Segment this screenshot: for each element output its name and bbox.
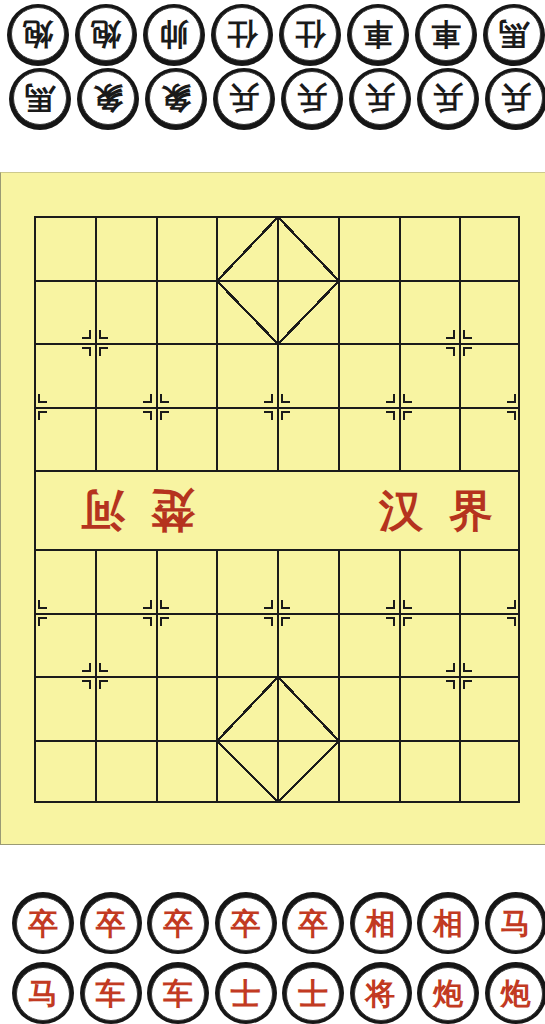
board-cell (338, 549, 399, 613)
piece-face: 馬 (487, 7, 541, 61)
piece-character: 馬 (25, 83, 55, 113)
piece-face: 兵 (285, 71, 339, 125)
board-cell (216, 280, 277, 344)
piece-character: 卒 (298, 909, 328, 939)
piece-character: 象 (93, 83, 123, 113)
piece-character: 炮 (501, 979, 531, 1009)
board-cell (95, 216, 156, 280)
piece-character: 卒 (163, 909, 193, 939)
board-cell (459, 280, 520, 344)
piece-face: 士 (286, 967, 340, 1021)
piece-character: 兵 (433, 83, 463, 113)
piece-character: 馬 (499, 19, 529, 49)
board-cell (34, 343, 95, 407)
piece-character: 兵 (297, 83, 327, 113)
board-cell (156, 407, 217, 471)
piece-character: 仕 (295, 19, 325, 49)
black-chariot: 車 (347, 4, 409, 68)
board-cell (156, 216, 217, 280)
red-horse: 马 (485, 890, 545, 954)
board-cell (216, 676, 277, 740)
board-cell (399, 407, 460, 471)
piece-character: 相 (433, 909, 463, 939)
board-cell (277, 343, 338, 407)
black-elephant: 象 (77, 68, 139, 132)
piece-character: 車 (431, 19, 461, 49)
piece-character: 帅 (159, 19, 189, 49)
piece-character: 马 (501, 909, 531, 939)
piece-character: 仕 (227, 19, 257, 49)
red-soldier: 卒 (215, 890, 277, 954)
board-cell (277, 216, 338, 280)
board-cell (459, 216, 520, 280)
board-cell (95, 343, 156, 407)
board-cell (338, 740, 399, 804)
black-soldier: 兵 (417, 68, 479, 132)
red-general: 将 (350, 960, 412, 1024)
piece-character: 相 (366, 909, 396, 939)
board-cell (399, 216, 460, 280)
red-horse: 马 (12, 960, 74, 1024)
board-cell (34, 613, 95, 677)
board-cell (156, 740, 217, 804)
piece-character: 马 (28, 979, 58, 1009)
piece-face: 兵 (489, 71, 543, 125)
board-cell (34, 549, 95, 613)
board-cell (216, 549, 277, 613)
piece-character: 炮 (23, 19, 53, 49)
board-cell (95, 740, 156, 804)
red-cannon: 炮 (485, 960, 545, 1024)
board-cell (34, 216, 95, 280)
piece-face: 馬 (13, 71, 67, 125)
piece-face: 相 (354, 897, 408, 951)
black-soldier: 兵 (281, 68, 343, 132)
black-chariot: 車 (415, 4, 477, 68)
piece-face: 炮 (421, 967, 475, 1021)
piece-face: 車 (351, 7, 405, 61)
piece-character: 兵 (229, 83, 259, 113)
piece-face: 兵 (217, 71, 271, 125)
piece-character: 士 (231, 979, 261, 1009)
piece-face: 将 (354, 967, 408, 1021)
board-cell (216, 407, 277, 471)
piece-face: 相 (421, 897, 475, 951)
piece-face: 象 (81, 71, 135, 125)
river-label-han-jie: 汉界 (353, 483, 513, 539)
board-cell (95, 676, 156, 740)
board-cell (399, 343, 460, 407)
board-cell (338, 280, 399, 344)
piece-face: 士 (219, 967, 273, 1021)
piece-character: 将 (366, 979, 396, 1009)
piece-face: 车 (151, 967, 205, 1021)
board-cell (277, 407, 338, 471)
piece-character: 兵 (501, 83, 531, 113)
piece-face: 仕 (283, 7, 337, 61)
red-soldier: 卒 (282, 890, 344, 954)
board-cell (34, 407, 95, 471)
piece-character: 車 (363, 19, 393, 49)
red-cannon: 炮 (417, 960, 479, 1024)
board-cell (156, 280, 217, 344)
black-soldier: 兵 (485, 68, 545, 132)
piece-face: 帅 (147, 7, 201, 61)
piece-character: 炮 (91, 19, 121, 49)
piece-character: 卒 (231, 909, 261, 939)
board-cell (338, 676, 399, 740)
board-cell (399, 280, 460, 344)
piece-face: 车 (84, 967, 138, 1021)
red-advisor: 士 (282, 960, 344, 1024)
red-elephant: 相 (350, 890, 412, 954)
red-chariot: 车 (147, 960, 209, 1024)
black-marshal: 帅 (143, 4, 205, 68)
board-cell (338, 343, 399, 407)
board-cell (34, 676, 95, 740)
board-cell (338, 216, 399, 280)
board-cell (459, 740, 520, 804)
piece-face: 马 (16, 967, 70, 1021)
piece-character: 卒 (28, 909, 58, 939)
red-advisor: 士 (215, 960, 277, 1024)
piece-face: 仕 (215, 7, 269, 61)
board-cell (216, 343, 277, 407)
board-cell (399, 613, 460, 677)
piece-character: 炮 (433, 979, 463, 1009)
piece-character: 车 (163, 979, 193, 1009)
board-cell (34, 280, 95, 344)
board-cell (156, 549, 217, 613)
board-cell (459, 407, 520, 471)
board-cell (216, 216, 277, 280)
piece-character: 兵 (365, 83, 395, 113)
piece-character: 车 (96, 979, 126, 1009)
piece-face: 炮 (11, 7, 65, 61)
piece-face: 兵 (353, 71, 407, 125)
black-horse: 馬 (483, 4, 545, 68)
black-cannon: 炮 (7, 4, 69, 68)
piece-character: 士 (298, 979, 328, 1009)
board-cell (277, 613, 338, 677)
board-cell (95, 613, 156, 677)
board-cell (156, 343, 217, 407)
board-cell (459, 343, 520, 407)
red-soldier: 卒 (80, 890, 142, 954)
board-cell (277, 740, 338, 804)
board-cell (399, 676, 460, 740)
black-advisor: 仕 (279, 4, 341, 68)
xiangqi-clipart-sheet: 炮炮帅仕仕車車馬馬象象兵兵兵兵兵 楚河 汉界 卒卒卒卒卒相相马马车车士士将炮炮 (0, 0, 545, 1024)
red-chariot: 车 (80, 960, 142, 1024)
black-horse: 馬 (9, 68, 71, 132)
board-cell (338, 407, 399, 471)
piece-face: 卒 (84, 897, 138, 951)
board-cell (95, 407, 156, 471)
piece-face: 马 (489, 897, 543, 951)
board-cell (399, 740, 460, 804)
red-soldier: 卒 (12, 890, 74, 954)
board-cell (216, 740, 277, 804)
board-cell (277, 676, 338, 740)
board-cell (277, 280, 338, 344)
piece-character: 象 (161, 83, 191, 113)
red-soldier: 卒 (147, 890, 209, 954)
board-cell (95, 549, 156, 613)
piece-face: 炮 (489, 967, 543, 1021)
board-cell (459, 676, 520, 740)
piece-face: 兵 (421, 71, 475, 125)
piece-face: 卒 (219, 897, 273, 951)
piece-face: 卒 (151, 897, 205, 951)
board-cell (156, 613, 217, 677)
board-cell (156, 676, 217, 740)
piece-face: 卒 (16, 897, 70, 951)
board-cell (216, 613, 277, 677)
black-soldier: 兵 (349, 68, 411, 132)
river-label-chu-he: 楚河 (61, 483, 221, 539)
board-cell (277, 549, 338, 613)
board-cell (95, 280, 156, 344)
black-soldier: 兵 (213, 68, 275, 132)
board-cell (338, 613, 399, 677)
piece-face: 車 (419, 7, 473, 61)
board-cell (34, 740, 95, 804)
red-elephant: 相 (417, 890, 479, 954)
black-elephant: 象 (145, 68, 207, 132)
black-advisor: 仕 (211, 4, 273, 68)
piece-face: 炮 (79, 7, 133, 61)
piece-face: 象 (149, 71, 203, 125)
board-cell (459, 549, 520, 613)
piece-face: 卒 (286, 897, 340, 951)
board-cell (399, 549, 460, 613)
xiangqi-board: 楚河 汉界 (0, 172, 545, 845)
black-cannon: 炮 (75, 4, 137, 68)
piece-character: 卒 (96, 909, 126, 939)
board-cell (459, 613, 520, 677)
